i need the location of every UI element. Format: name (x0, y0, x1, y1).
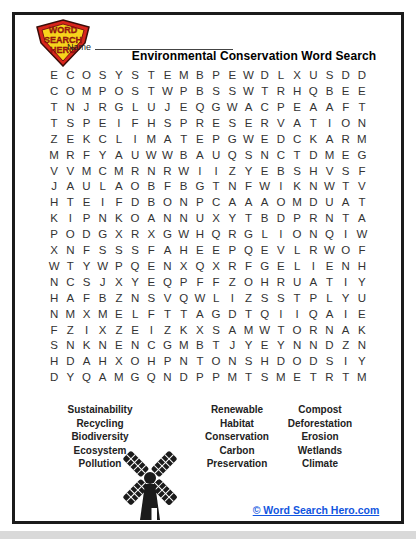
grid-cell-r6c12[interactable]: Q (224, 147, 240, 163)
grid-cell-r8c8[interactable]: F (159, 179, 175, 195)
grid-cell-r7c8[interactable]: R (159, 163, 175, 179)
grid-cell-r16c17[interactable]: Q (305, 306, 321, 322)
grid-cell-r9c13[interactable]: A (240, 195, 256, 211)
grid-cell-r1c10[interactable]: B (192, 68, 208, 84)
grid-cell-r2c8[interactable]: W (159, 84, 175, 100)
grid-cell-r15c19[interactable]: Y (338, 291, 354, 307)
grid-cell-r1c2[interactable]: C (62, 68, 78, 84)
grid-cell-r6c16[interactable]: T (289, 147, 305, 163)
grid-cell-r14c15[interactable]: R (273, 275, 289, 291)
grid-cell-r17c17[interactable]: R (305, 322, 321, 338)
grid-cell-r17c2[interactable]: Z (62, 322, 78, 338)
grid-cell-r3c11[interactable]: G (208, 100, 224, 116)
grid-cell-r16c11[interactable]: G (208, 306, 224, 322)
grid-cell-r19c14[interactable]: H (257, 354, 273, 370)
grid-cell-r17c18[interactable]: N (321, 322, 337, 338)
grid-cell-r13c2[interactable]: T (62, 259, 78, 275)
grid-cell-r3c6[interactable]: L (127, 100, 143, 116)
grid-cell-r9c8[interactable]: O (159, 195, 175, 211)
grid-cell-r7c5[interactable]: M (111, 163, 127, 179)
grid-cell-r5c3[interactable]: K (78, 132, 94, 148)
grid-cell-r17c19[interactable]: A (338, 322, 354, 338)
grid-cell-r14c17[interactable]: A (305, 275, 321, 291)
grid-cell-r17c9[interactable]: K (176, 322, 192, 338)
grid-cell-r19c8[interactable]: P (159, 354, 175, 370)
grid-cell-r16c5[interactable]: E (111, 306, 127, 322)
grid-cell-r20c13[interactable]: T (240, 370, 256, 386)
grid-cell-r17c15[interactable]: T (273, 322, 289, 338)
grid-cell-r6c20[interactable]: G (354, 147, 370, 163)
grid-cell-r17c6[interactable]: E (127, 322, 143, 338)
grid-cell-r17c1[interactable]: F (46, 322, 62, 338)
grid-cell-r15c18[interactable]: L (321, 291, 337, 307)
grid-cell-r11c4[interactable]: G (95, 227, 111, 243)
grid-cell-r9c20[interactable]: T (354, 195, 370, 211)
grid-cell-r8c18[interactable]: W (321, 179, 337, 195)
grid-cell-r18c11[interactable]: T (208, 338, 224, 354)
grid-cell-r10c7[interactable]: A (143, 211, 159, 227)
grid-cell-r4c9[interactable]: P (176, 116, 192, 132)
grid-cell-r2c10[interactable]: B (192, 84, 208, 100)
grid-cell-r4c8[interactable]: S (159, 116, 175, 132)
grid-cell-r1c20[interactable]: D (354, 68, 370, 84)
grid-cell-r13c14[interactable]: G (257, 259, 273, 275)
grid-cell-r2c15[interactable]: R (273, 84, 289, 100)
grid-cell-r4c19[interactable]: O (338, 116, 354, 132)
grid-cell-r11c13[interactable]: G (240, 227, 256, 243)
grid-cell-r4c20[interactable]: N (354, 116, 370, 132)
grid-cell-r11c8[interactable]: G (159, 227, 175, 243)
grid-cell-r9c9[interactable]: N (176, 195, 192, 211)
grid-cell-r5c7[interactable]: M (143, 132, 159, 148)
grid-cell-r5c14[interactable]: E (257, 132, 273, 148)
grid-cell-r19c19[interactable]: I (338, 354, 354, 370)
grid-cell-r10c15[interactable]: D (273, 211, 289, 227)
grid-cell-r13c13[interactable]: F (240, 259, 256, 275)
grid-cell-r13c16[interactable]: L (289, 259, 305, 275)
grid-cell-r13c8[interactable]: N (159, 259, 175, 275)
grid-cell-r4c6[interactable]: F (127, 116, 143, 132)
grid-cell-r9c19[interactable]: A (338, 195, 354, 211)
grid-cell-r10c19[interactable]: T (338, 211, 354, 227)
grid-cell-r3c1[interactable]: T (46, 100, 62, 116)
grid-cell-r4c7[interactable]: H (143, 116, 159, 132)
grid-cell-r14c14[interactable]: H (257, 275, 273, 291)
grid-cell-r9c15[interactable]: O (273, 195, 289, 211)
grid-cell-r20c4[interactable]: A (95, 370, 111, 386)
grid-cell-r12c5[interactable]: S (111, 243, 127, 259)
grid-cell-r13c6[interactable]: Q (127, 259, 143, 275)
grid-cell-r14c18[interactable]: T (321, 275, 337, 291)
grid-cell-r18c9[interactable]: M (176, 338, 192, 354)
grid-cell-r16c10[interactable]: A (192, 306, 208, 322)
grid-cell-r1c4[interactable]: S (95, 68, 111, 84)
grid-cell-r4c12[interactable]: S (224, 116, 240, 132)
grid-cell-r2c19[interactable]: E (338, 84, 354, 100)
grid-cell-r17c11[interactable]: S (208, 322, 224, 338)
grid-cell-r16c18[interactable]: A (321, 306, 337, 322)
grid-cell-r15c3[interactable]: F (78, 291, 94, 307)
grid-cell-r4c17[interactable]: T (305, 116, 321, 132)
grid-cell-r6c6[interactable]: U (127, 147, 143, 163)
grid-cell-r15c7[interactable]: S (143, 291, 159, 307)
grid-cell-r19c2[interactable]: D (62, 354, 78, 370)
grid-cell-r3c10[interactable]: Q (192, 100, 208, 116)
grid-cell-r16c8[interactable]: T (159, 306, 175, 322)
grid-cell-r2c16[interactable]: H (289, 84, 305, 100)
grid-cell-r20c19[interactable]: T (338, 370, 354, 386)
grid-cell-r18c12[interactable]: J (224, 338, 240, 354)
grid-cell-r7c2[interactable]: V (62, 163, 78, 179)
grid-cell-r1c19[interactable]: D (338, 68, 354, 84)
grid-cell-r3c14[interactable]: C (257, 100, 273, 116)
grid-cell-r2c9[interactable]: P (176, 84, 192, 100)
grid-cell-r1c1[interactable]: E (46, 68, 62, 84)
grid-cell-r8c2[interactable]: A (62, 179, 78, 195)
grid-cell-r18c18[interactable]: D (321, 338, 337, 354)
grid-cell-r10c1[interactable]: K (46, 211, 62, 227)
grid-cell-r19c16[interactable]: O (289, 354, 305, 370)
grid-cell-r20c18[interactable]: R (321, 370, 337, 386)
grid-cell-r13c19[interactable]: N (338, 259, 354, 275)
grid-cell-r7c10[interactable]: I (192, 163, 208, 179)
grid-cell-r6c5[interactable]: A (111, 147, 127, 163)
grid-cell-r2c17[interactable]: Q (305, 84, 321, 100)
grid-cell-r15c15[interactable]: S (273, 291, 289, 307)
grid-cell-r1c16[interactable]: X (289, 68, 305, 84)
grid-cell-r15c9[interactable]: Q (176, 291, 192, 307)
grid-cell-r11c3[interactable]: D (78, 227, 94, 243)
grid-cell-r18c13[interactable]: Y (240, 338, 256, 354)
grid-cell-r6c13[interactable]: S (240, 147, 256, 163)
grid-cell-r7c6[interactable]: R (127, 163, 143, 179)
grid-cell-r3c2[interactable]: N (62, 100, 78, 116)
grid-cell-r11c5[interactable]: X (111, 227, 127, 243)
grid-cell-r11c14[interactable]: L (257, 227, 273, 243)
grid-cell-r8c10[interactable]: G (192, 179, 208, 195)
grid-cell-r6c11[interactable]: U (208, 147, 224, 163)
grid-cell-r20c12[interactable]: M (224, 370, 240, 386)
grid-cell-r12c8[interactable]: A (159, 243, 175, 259)
grid-cell-r16c14[interactable]: Q (257, 306, 273, 322)
grid-cell-r20c7[interactable]: Q (143, 370, 159, 386)
grid-cell-r2c5[interactable]: O (111, 84, 127, 100)
grid-cell-r3c8[interactable]: J (159, 100, 175, 116)
grid-cell-r9c6[interactable]: D (127, 195, 143, 211)
grid-cell-r13c3[interactable]: Y (78, 259, 94, 275)
grid-cell-r12c16[interactable]: L (289, 243, 305, 259)
grid-cell-r9c1[interactable]: H (46, 195, 62, 211)
grid-cell-r7c11[interactable]: I (208, 163, 224, 179)
grid-cell-r8c4[interactable]: L (95, 179, 111, 195)
grid-cell-r20c8[interactable]: N (159, 370, 175, 386)
grid-cell-r12c19[interactable]: O (338, 243, 354, 259)
grid-cell-r18c5[interactable]: E (111, 338, 127, 354)
grid-cell-r17c13[interactable]: M (240, 322, 256, 338)
grid-cell-r1c8[interactable]: E (159, 68, 175, 84)
grid-cell-r13c17[interactable]: I (305, 259, 321, 275)
grid-cell-r19c10[interactable]: T (192, 354, 208, 370)
grid-cell-r5c11[interactable]: P (208, 132, 224, 148)
grid-cell-r6c14[interactable]: N (257, 147, 273, 163)
grid-cell-r10c3[interactable]: P (78, 211, 94, 227)
grid-cell-r7c13[interactable]: Y (240, 163, 256, 179)
grid-cell-r16c6[interactable]: L (127, 306, 143, 322)
grid-cell-r15c8[interactable]: V (159, 291, 175, 307)
grid-cell-r10c14[interactable]: B (257, 211, 273, 227)
grid-cell-r13c10[interactable]: Q (192, 259, 208, 275)
grid-cell-r18c16[interactable]: N (289, 338, 305, 354)
grid-cell-r9c7[interactable]: B (143, 195, 159, 211)
grid-cell-r20c9[interactable]: D (176, 370, 192, 386)
grid-cell-r15c2[interactable]: A (62, 291, 78, 307)
grid-cell-r19c20[interactable]: Y (354, 354, 370, 370)
grid-cell-r11c11[interactable]: Q (208, 227, 224, 243)
grid-cell-r10c20[interactable]: A (354, 211, 370, 227)
grid-cell-r18c15[interactable]: Y (273, 338, 289, 354)
grid-cell-r12c4[interactable]: S (95, 243, 111, 259)
grid-cell-r5c9[interactable]: T (176, 132, 192, 148)
grid-cell-r17c3[interactable]: I (78, 322, 94, 338)
grid-cell-r17c7[interactable]: I (143, 322, 159, 338)
grid-cell-r15c14[interactable]: S (257, 291, 273, 307)
grid-cell-r12c9[interactable]: H (176, 243, 192, 259)
grid-cell-r10c9[interactable]: N (176, 211, 192, 227)
grid-cell-r4c10[interactable]: R (192, 116, 208, 132)
grid-cell-r19c13[interactable]: S (240, 354, 256, 370)
grid-cell-r3c7[interactable]: U (143, 100, 159, 116)
grid-cell-r15c17[interactable]: P (305, 291, 321, 307)
grid-cell-r6c1[interactable]: M (46, 147, 62, 163)
grid-cell-r4c1[interactable]: T (46, 116, 62, 132)
grid-cell-r14c8[interactable]: Q (159, 275, 175, 291)
grid-cell-r16c7[interactable]: F (143, 306, 159, 322)
grid-cell-r16c13[interactable]: T (240, 306, 256, 322)
grid-cell-r16c1[interactable]: N (46, 306, 62, 322)
grid-cell-r6c3[interactable]: F (78, 147, 94, 163)
grid-cell-r12c2[interactable]: N (62, 243, 78, 259)
grid-cell-r14c2[interactable]: C (62, 275, 78, 291)
grid-cell-r19c12[interactable]: N (224, 354, 240, 370)
grid-cell-r1c11[interactable]: P (208, 68, 224, 84)
grid-cell-r17c20[interactable]: K (354, 322, 370, 338)
grid-cell-r8c20[interactable]: V (354, 179, 370, 195)
grid-cell-r19c17[interactable]: D (305, 354, 321, 370)
grid-cell-r9c18[interactable]: U (321, 195, 337, 211)
grid-cell-r17c10[interactable]: X (192, 322, 208, 338)
grid-cell-r13c5[interactable]: P (111, 259, 127, 275)
grid-cell-r17c8[interactable]: Z (159, 322, 175, 338)
grid-cell-r15c16[interactable]: T (289, 291, 305, 307)
grid-cell-r4c18[interactable]: I (321, 116, 337, 132)
grid-cell-r1c3[interactable]: O (78, 68, 94, 84)
grid-cell-r9c5[interactable]: F (111, 195, 127, 211)
grid-cell-r5c12[interactable]: G (224, 132, 240, 148)
grid-cell-r14c13[interactable]: O (240, 275, 256, 291)
grid-cell-r2c13[interactable]: W (240, 84, 256, 100)
grid-cell-r1c7[interactable]: T (143, 68, 159, 84)
grid-cell-r7c12[interactable]: Z (224, 163, 240, 179)
grid-cell-r1c15[interactable]: L (273, 68, 289, 84)
grid-cell-r17c16[interactable]: O (289, 322, 305, 338)
grid-cell-r11c16[interactable]: O (289, 227, 305, 243)
grid-cell-r14c12[interactable]: Z (224, 275, 240, 291)
grid-cell-r13c7[interactable]: E (143, 259, 159, 275)
grid-cell-r14c19[interactable]: I (338, 275, 354, 291)
grid-cell-r13c20[interactable]: H (354, 259, 370, 275)
grid-cell-r9c2[interactable]: T (62, 195, 78, 211)
grid-cell-r11c7[interactable]: X (143, 227, 159, 243)
grid-cell-r12c3[interactable]: F (78, 243, 94, 259)
grid-cell-r14c9[interactable]: P (176, 275, 192, 291)
grid-cell-r7c14[interactable]: E (257, 163, 273, 179)
grid-cell-r4c11[interactable]: E (208, 116, 224, 132)
grid-cell-r15c1[interactable]: H (46, 291, 62, 307)
grid-cell-r8c5[interactable]: A (111, 179, 127, 195)
grid-cell-r1c18[interactable]: S (321, 68, 337, 84)
grid-cell-r8c6[interactable]: O (127, 179, 143, 195)
grid-cell-r9c3[interactable]: E (78, 195, 94, 211)
grid-cell-r11c12[interactable]: R (224, 227, 240, 243)
grid-cell-r6c7[interactable]: W (143, 147, 159, 163)
grid-cell-r19c1[interactable]: H (46, 354, 62, 370)
grid-cell-r18c3[interactable]: K (78, 338, 94, 354)
grid-cell-r20c1[interactable]: D (46, 370, 62, 386)
grid-cell-r3c18[interactable]: A (321, 100, 337, 116)
grid-cell-r19c15[interactable]: D (273, 354, 289, 370)
grid-cell-r10c17[interactable]: R (305, 211, 321, 227)
grid-cell-r7c9[interactable]: W (176, 163, 192, 179)
grid-cell-r20c16[interactable]: E (289, 370, 305, 386)
grid-cell-r5c19[interactable]: R (338, 132, 354, 148)
grid-cell-r4c13[interactable]: E (240, 116, 256, 132)
grid-cell-r14c7[interactable]: E (143, 275, 159, 291)
grid-cell-r7c17[interactable]: H (305, 163, 321, 179)
grid-cell-r5c17[interactable]: K (305, 132, 321, 148)
grid-cell-r8c14[interactable]: W (257, 179, 273, 195)
grid-cell-r10c6[interactable]: O (127, 211, 143, 227)
grid-cell-r5c2[interactable]: E (62, 132, 78, 148)
grid-cell-r15c11[interactable]: L (208, 291, 224, 307)
grid-cell-r10c8[interactable]: N (159, 211, 175, 227)
grid-cell-r17c14[interactable]: W (257, 322, 273, 338)
grid-cell-r2c12[interactable]: S (224, 84, 240, 100)
grid-cell-r20c5[interactable]: M (111, 370, 127, 386)
grid-cell-r1c5[interactable]: Y (111, 68, 127, 84)
grid-cell-r11c10[interactable]: H (192, 227, 208, 243)
grid-cell-r3c16[interactable]: E (289, 100, 305, 116)
grid-cell-r6c8[interactable]: W (159, 147, 175, 163)
grid-cell-r14c1[interactable]: N (46, 275, 62, 291)
grid-cell-r20c20[interactable]: M (354, 370, 370, 386)
grid-cell-r16c16[interactable]: I (289, 306, 305, 322)
grid-cell-r12c13[interactable]: Q (240, 243, 256, 259)
grid-cell-r9c11[interactable]: C (208, 195, 224, 211)
grid-cell-r15c6[interactable]: N (127, 291, 143, 307)
grid-cell-r12c15[interactable]: V (273, 243, 289, 259)
grid-cell-r12c1[interactable]: X (46, 243, 62, 259)
grid-cell-r19c9[interactable]: N (176, 354, 192, 370)
grid-cell-r17c5[interactable]: Z (111, 322, 127, 338)
grid-cell-r20c17[interactable]: T (305, 370, 321, 386)
grid-cell-r10c18[interactable]: N (321, 211, 337, 227)
grid-cell-r7c4[interactable]: C (95, 163, 111, 179)
grid-cell-r2c2[interactable]: O (62, 84, 78, 100)
grid-cell-r13c9[interactable]: X (176, 259, 192, 275)
grid-cell-r8c12[interactable]: N (224, 179, 240, 195)
grid-cell-r2c6[interactable]: S (127, 84, 143, 100)
grid-cell-r10c4[interactable]: N (95, 211, 111, 227)
grid-cell-r12c17[interactable]: R (305, 243, 321, 259)
grid-cell-r19c5[interactable]: X (111, 354, 127, 370)
grid-cell-r16c15[interactable]: I (273, 306, 289, 322)
grid-cell-r9c17[interactable]: D (305, 195, 321, 211)
grid-cell-r1c6[interactable]: S (127, 68, 143, 84)
grid-cell-r1c17[interactable]: U (305, 68, 321, 84)
grid-cell-r10c12[interactable]: Y (224, 211, 240, 227)
grid-cell-r10c5[interactable]: K (111, 211, 127, 227)
grid-cell-r3c4[interactable]: R (95, 100, 111, 116)
grid-cell-r6c17[interactable]: D (305, 147, 321, 163)
grid-cell-r18c14[interactable]: E (257, 338, 273, 354)
grid-cell-r2c1[interactable]: C (46, 84, 62, 100)
grid-cell-r20c3[interactable]: Q (78, 370, 94, 386)
grid-cell-r6c4[interactable]: Y (95, 147, 111, 163)
grid-cell-r16c12[interactable]: D (224, 306, 240, 322)
grid-cell-r3c13[interactable]: A (240, 100, 256, 116)
grid-cell-r15c13[interactable]: Z (240, 291, 256, 307)
grid-cell-r2c14[interactable]: T (257, 84, 273, 100)
grid-cell-r10c11[interactable]: X (208, 211, 224, 227)
grid-cell-r3c15[interactable]: P (273, 100, 289, 116)
grid-cell-r14c11[interactable]: F (208, 275, 224, 291)
grid-cell-r5c20[interactable]: M (354, 132, 370, 148)
grid-cell-r1c14[interactable]: D (257, 68, 273, 84)
grid-cell-r3c3[interactable]: J (78, 100, 94, 116)
grid-cell-r8c15[interactable]: I (273, 179, 289, 195)
grid-cell-r20c15[interactable]: M (273, 370, 289, 386)
grid-cell-r7c19[interactable]: S (338, 163, 354, 179)
grid-cell-r18c6[interactable]: N (127, 338, 143, 354)
grid-cell-r20c6[interactable]: G (127, 370, 143, 386)
grid-cell-r14c3[interactable]: S (78, 275, 94, 291)
grid-cell-r5c8[interactable]: A (159, 132, 175, 148)
grid-cell-r14c20[interactable]: Y (354, 275, 370, 291)
grid-cell-r8c3[interactable]: U (78, 179, 94, 195)
grid-cell-r13c18[interactable]: E (321, 259, 337, 275)
grid-cell-r16c20[interactable]: E (354, 306, 370, 322)
grid-cell-r3c17[interactable]: A (305, 100, 321, 116)
grid-cell-r13c11[interactable]: X (208, 259, 224, 275)
grid-cell-r4c4[interactable]: E (95, 116, 111, 132)
grid-cell-r5c1[interactable]: Z (46, 132, 62, 148)
grid-cell-r19c4[interactable]: H (95, 354, 111, 370)
grid-cell-r2c4[interactable]: P (95, 84, 111, 100)
grid-cell-r7c1[interactable]: V (46, 163, 62, 179)
grid-cell-r1c13[interactable]: W (240, 68, 256, 84)
grid-cell-r15c10[interactable]: W (192, 291, 208, 307)
grid-cell-r20c2[interactable]: Y (62, 370, 78, 386)
grid-cell-r4c3[interactable]: P (78, 116, 94, 132)
grid-cell-r11c19[interactable]: I (338, 227, 354, 243)
grid-cell-r14c5[interactable]: X (111, 275, 127, 291)
grid-cell-r10c10[interactable]: U (192, 211, 208, 227)
grid-cell-r17c4[interactable]: X (95, 322, 111, 338)
grid-cell-r6c18[interactable]: M (321, 147, 337, 163)
grid-cell-r3c9[interactable]: E (176, 100, 192, 116)
grid-cell-r10c2[interactable]: I (62, 211, 78, 227)
grid-cell-r5c13[interactable]: W (240, 132, 256, 148)
